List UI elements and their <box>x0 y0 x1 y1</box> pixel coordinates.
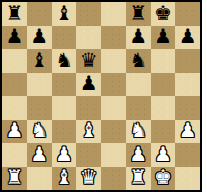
square-a2[interactable] <box>2 143 27 167</box>
square-g1[interactable]: ♚ <box>151 167 176 191</box>
black-knight[interactable]: ♞ <box>55 50 73 70</box>
black-pawn[interactable]: ♟ <box>5 26 23 46</box>
square-e8[interactable] <box>101 2 126 26</box>
square-d2[interactable] <box>76 143 101 167</box>
white-rook[interactable]: ♜ <box>129 167 147 187</box>
square-h5[interactable] <box>175 73 200 97</box>
black-rook[interactable]: ♜ <box>129 3 147 23</box>
square-f3[interactable]: ♞ <box>126 120 151 144</box>
square-b4[interactable] <box>27 96 52 120</box>
square-g8[interactable]: ♚ <box>151 2 176 26</box>
square-d6[interactable]: ♛ <box>76 49 101 73</box>
black-queen[interactable]: ♛ <box>80 50 98 70</box>
square-e1[interactable] <box>101 167 126 191</box>
square-a4[interactable] <box>2 96 27 120</box>
square-d5[interactable]: ♟ <box>76 73 101 97</box>
square-h1[interactable] <box>175 167 200 191</box>
square-d4[interactable] <box>76 96 101 120</box>
square-d3[interactable]: ♝ <box>76 120 101 144</box>
black-knight[interactable]: ♞ <box>129 50 147 70</box>
square-b1[interactable] <box>27 167 52 191</box>
square-f5[interactable] <box>126 73 151 97</box>
square-h2[interactable] <box>175 143 200 167</box>
white-bishop[interactable]: ♝ <box>80 120 98 140</box>
square-f2[interactable]: ♟ <box>126 143 151 167</box>
square-g7[interactable]: ♟ <box>151 26 176 50</box>
square-h6[interactable] <box>175 49 200 73</box>
square-a3[interactable]: ♟ <box>2 120 27 144</box>
square-e6[interactable] <box>101 49 126 73</box>
square-e4[interactable] <box>101 96 126 120</box>
square-e7[interactable] <box>101 26 126 50</box>
square-c6[interactable]: ♞ <box>52 49 77 73</box>
square-a7[interactable]: ♟ <box>2 26 27 50</box>
square-e5[interactable] <box>101 73 126 97</box>
square-c1[interactable]: ♝ <box>52 167 77 191</box>
square-h8[interactable] <box>175 2 200 26</box>
square-g4[interactable] <box>151 96 176 120</box>
black-king[interactable]: ♚ <box>154 3 172 23</box>
white-queen[interactable]: ♛ <box>80 167 98 187</box>
black-pawn[interactable]: ♟ <box>80 73 98 93</box>
square-c4[interactable] <box>52 96 77 120</box>
square-a5[interactable] <box>2 73 27 97</box>
square-f7[interactable]: ♟ <box>126 26 151 50</box>
square-f1[interactable]: ♜ <box>126 167 151 191</box>
square-b8[interactable] <box>27 2 52 26</box>
square-d8[interactable] <box>76 2 101 26</box>
square-a8[interactable]: ♜ <box>2 2 27 26</box>
white-king[interactable]: ♚ <box>154 167 172 187</box>
black-bishop[interactable]: ♝ <box>55 3 73 23</box>
square-d7[interactable] <box>76 26 101 50</box>
white-pawn[interactable]: ♟ <box>5 120 23 140</box>
square-c7[interactable] <box>52 26 77 50</box>
square-f8[interactable]: ♜ <box>126 2 151 26</box>
square-d1[interactable]: ♛ <box>76 167 101 191</box>
white-bishop[interactable]: ♝ <box>55 167 73 187</box>
square-f6[interactable]: ♞ <box>126 49 151 73</box>
white-rook[interactable]: ♜ <box>5 167 23 187</box>
white-pawn[interactable]: ♟ <box>55 144 73 164</box>
square-h7[interactable]: ♟ <box>175 26 200 50</box>
square-g2[interactable]: ♟ <box>151 143 176 167</box>
square-a1[interactable]: ♜ <box>2 167 27 191</box>
square-a6[interactable] <box>2 49 27 73</box>
black-pawn[interactable]: ♟ <box>129 26 147 46</box>
square-c5[interactable] <box>52 73 77 97</box>
white-pawn[interactable]: ♟ <box>129 144 147 164</box>
square-e3[interactable] <box>101 120 126 144</box>
square-f4[interactable] <box>126 96 151 120</box>
square-b6[interactable]: ♝ <box>27 49 52 73</box>
white-pawn[interactable]: ♟ <box>154 144 172 164</box>
square-h4[interactable] <box>175 96 200 120</box>
square-b5[interactable] <box>27 73 52 97</box>
square-c3[interactable] <box>52 120 77 144</box>
black-rook[interactable]: ♜ <box>5 3 23 23</box>
white-pawn[interactable]: ♟ <box>179 120 197 140</box>
square-b3[interactable]: ♞ <box>27 120 52 144</box>
white-pawn[interactable]: ♟ <box>30 144 48 164</box>
square-h3[interactable]: ♟ <box>175 120 200 144</box>
black-pawn[interactable]: ♟ <box>30 26 48 46</box>
square-g6[interactable] <box>151 49 176 73</box>
square-g5[interactable] <box>151 73 176 97</box>
chess-board: ♜♝♜♚♟♟♟♟♟♝♞♛♞♟♟♞♝♞♟♟♟♟♟♜♝♛♜♚ <box>0 0 202 192</box>
black-pawn[interactable]: ♟ <box>179 26 197 46</box>
square-g3[interactable] <box>151 120 176 144</box>
white-knight[interactable]: ♞ <box>129 120 147 140</box>
square-b7[interactable]: ♟ <box>27 26 52 50</box>
black-bishop[interactable]: ♝ <box>30 50 48 70</box>
chess-app-screen: ♜♝♜♚♟♟♟♟♟♝♞♛♞♟♟♞♝♞♟♟♟♟♟♜♝♛♜♚ <box>0 0 207 192</box>
square-b2[interactable]: ♟ <box>27 143 52 167</box>
white-knight[interactable]: ♞ <box>30 120 48 140</box>
square-c8[interactable]: ♝ <box>52 2 77 26</box>
black-pawn[interactable]: ♟ <box>154 26 172 46</box>
square-e2[interactable] <box>101 143 126 167</box>
square-c2[interactable]: ♟ <box>52 143 77 167</box>
board-right-gutter <box>202 0 207 192</box>
